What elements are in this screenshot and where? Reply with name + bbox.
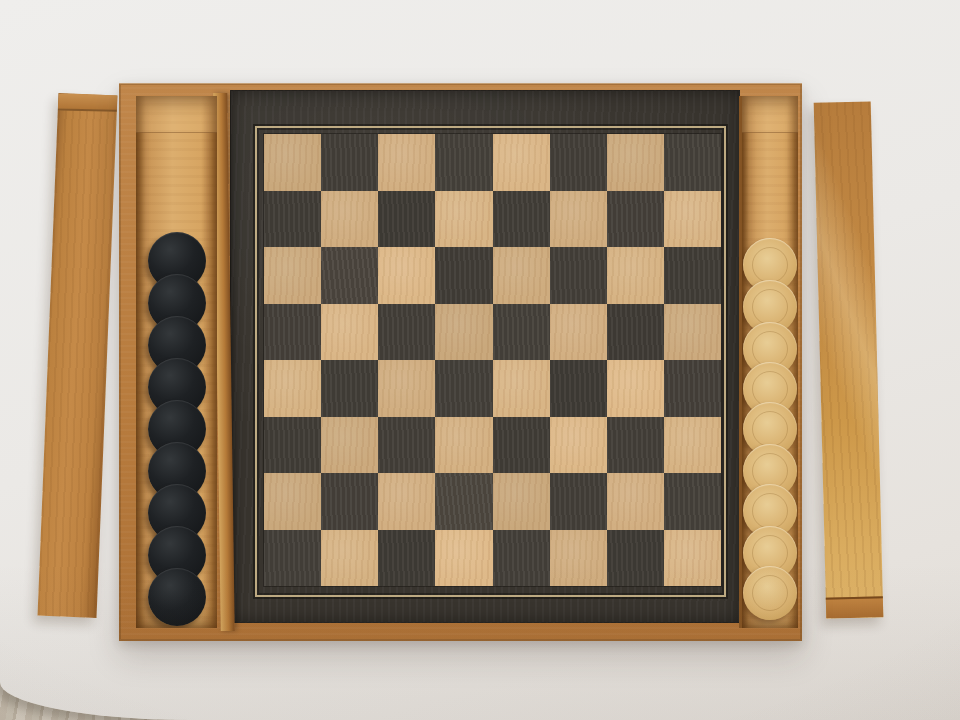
board-square xyxy=(664,417,721,474)
board-square xyxy=(321,247,378,304)
board-square xyxy=(378,304,435,361)
board-square xyxy=(264,473,321,530)
light-checker-piece xyxy=(743,566,797,620)
board-square xyxy=(321,360,378,417)
board-square xyxy=(493,360,550,417)
board-square xyxy=(378,191,435,248)
board-square xyxy=(607,360,664,417)
board-square xyxy=(435,417,492,474)
board-square xyxy=(664,530,721,587)
board-square xyxy=(321,530,378,587)
board-square xyxy=(607,247,664,304)
board-square xyxy=(550,191,607,248)
board-square xyxy=(321,304,378,361)
board-square xyxy=(607,417,664,474)
board-square xyxy=(493,247,550,304)
board-square xyxy=(550,134,607,191)
board-square xyxy=(435,247,492,304)
left-lid-slat-end-cap xyxy=(58,94,118,112)
left-tray-top-cap xyxy=(136,96,217,133)
board-square xyxy=(550,473,607,530)
board-square xyxy=(664,304,721,361)
board-square xyxy=(378,417,435,474)
board-square xyxy=(378,473,435,530)
board-square xyxy=(321,473,378,530)
board-square xyxy=(264,134,321,191)
board-square xyxy=(435,191,492,248)
right-tray-top-cap xyxy=(742,96,798,133)
photo-scene xyxy=(0,0,960,720)
board-square xyxy=(321,134,378,191)
board-square xyxy=(664,247,721,304)
board-square xyxy=(264,530,321,587)
board-square xyxy=(378,360,435,417)
board-square xyxy=(378,247,435,304)
board-square xyxy=(664,360,721,417)
right-piece-tray xyxy=(739,96,798,628)
board-square xyxy=(493,191,550,248)
board-square xyxy=(550,530,607,587)
board-square xyxy=(435,304,492,361)
board-square xyxy=(435,530,492,587)
game-board-panel xyxy=(230,90,740,623)
board-square xyxy=(664,134,721,191)
board-square xyxy=(378,134,435,191)
board-square xyxy=(493,473,550,530)
left-piece-tray xyxy=(136,96,217,628)
board-square xyxy=(264,360,321,417)
board-square xyxy=(550,247,607,304)
board-square xyxy=(607,304,664,361)
board-square xyxy=(435,134,492,191)
right-lid-slat-end-cap xyxy=(820,596,883,618)
board-square xyxy=(321,417,378,474)
board-square xyxy=(607,473,664,530)
board-square xyxy=(264,247,321,304)
board-square xyxy=(607,134,664,191)
board-square xyxy=(493,304,550,361)
board-square xyxy=(607,191,664,248)
board-square xyxy=(264,417,321,474)
board-square xyxy=(664,191,721,248)
board-square xyxy=(550,360,607,417)
board-square xyxy=(435,473,492,530)
board-square xyxy=(550,417,607,474)
board-square xyxy=(435,360,492,417)
game-box xyxy=(119,83,802,641)
checkerboard-grid xyxy=(264,134,721,586)
board-square xyxy=(264,304,321,361)
board-square xyxy=(264,191,321,248)
board-square xyxy=(493,530,550,587)
board-square xyxy=(607,530,664,587)
board-square xyxy=(550,304,607,361)
board-square xyxy=(493,417,550,474)
board-square xyxy=(321,191,378,248)
black-checker-piece xyxy=(148,568,206,626)
board-square xyxy=(664,473,721,530)
board-square xyxy=(378,530,435,587)
board-square xyxy=(493,134,550,191)
